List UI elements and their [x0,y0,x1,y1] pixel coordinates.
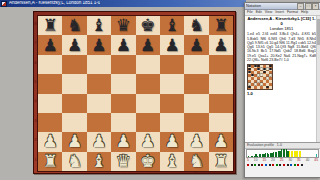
square-a7[interactable]: ♟ [38,35,62,54]
square-g4[interactable] [184,94,208,113]
black-queen: ♛ [116,17,131,34]
square-c2[interactable]: ♟ [87,132,111,151]
square-d4[interactable] [111,94,135,113]
square-g8[interactable]: ♞ [184,16,208,35]
square-e8[interactable]: ♚ [136,16,160,35]
black-pawn: ♟ [140,36,155,53]
square-e5[interactable] [136,74,160,93]
menu-item-format[interactable]: Format [287,11,298,15]
white-knight: ♞ [67,152,82,169]
legend-mark [276,164,278,166]
black-pawn: ♟ [164,36,179,53]
eval-profile-label: Evaluation profile [247,144,274,148]
white-king: ♚ [140,152,155,169]
square-h2[interactable]: ♟ [209,132,233,151]
legend-mark [283,164,285,166]
square-f2[interactable]: ♟ [160,132,184,151]
white-rook: ♜ [213,152,228,169]
eval-legend-marks [245,163,320,167]
square-b7[interactable]: ♟ [62,35,86,54]
black-knight: ♞ [189,17,204,34]
square-c7[interactable]: ♟ [87,35,111,54]
legend-mark [290,164,292,166]
menu-item-insert[interactable]: Insert [275,11,284,15]
white-pawn: ♟ [116,133,131,150]
square-h1[interactable]: ♜ [209,152,233,171]
notation-content: Anderssen,A - Kieseritzky,L [C33] 1-0 Lo… [245,16,320,142]
legend-mark [272,164,274,166]
square-c1[interactable]: ♝ [87,152,111,171]
main-titlebar[interactable]: Anderssen,A - Kieseritzky,L, London 1851… [0,0,246,7]
square-d6[interactable] [111,55,135,74]
black-pawn: ♟ [116,36,131,53]
square-f3[interactable] [160,113,184,132]
legend-mark [297,164,299,166]
square-a3[interactable] [38,113,62,132]
square-g1[interactable]: ♞ [184,152,208,171]
square-e2[interactable]: ♟ [136,132,160,151]
legend-mark [301,164,303,166]
square-b3[interactable] [62,113,86,132]
square-c3[interactable] [87,113,111,132]
legend-mark [265,164,267,166]
menu-item-edit[interactable]: Edit [256,11,262,15]
axis-tick-label: 5 [247,159,249,162]
axis-tick-label: 25 [280,159,284,162]
square-f4[interactable] [160,94,184,113]
white-pawn: ♟ [43,133,58,150]
black-pawn: ♟ [189,36,204,53]
menu-item-view[interactable]: View [265,11,273,15]
square-a6[interactable] [38,55,62,74]
square-h8[interactable]: ♜ [209,16,233,35]
square-h5[interactable] [209,74,233,93]
black-king: ♚ [140,17,155,34]
square-a4[interactable] [38,94,62,113]
axis-tick-label: 30 [288,159,292,162]
chess-board[interactable]: ♜♞♝♛♚♝♞♜♟♟♟♟♟♟♟♟♟♟♟♟♟♟♟♟♜♞♝♛♚♝♞♜ [37,15,234,172]
white-bishop: ♝ [164,152,179,169]
black-rook: ♜ [213,17,228,34]
game-site: London 1851 [247,27,316,32]
square-d8[interactable]: ♛ [111,16,135,35]
square-d2[interactable]: ♟ [111,132,135,151]
white-queen: ♛ [116,152,131,169]
white-pawn: ♟ [140,133,155,150]
legend-mark [261,164,263,166]
eval-bar [248,156,249,157]
eval-profile-chart[interactable] [246,149,319,158]
eval-bar [300,151,301,158]
square-d3[interactable] [111,113,135,132]
black-rook: ♜ [43,17,58,34]
eval-bar [316,154,317,157]
square-g3[interactable] [184,113,208,132]
black-bishop: ♝ [91,17,106,34]
square-c4[interactable] [87,94,111,113]
square-b8[interactable]: ♞ [62,16,86,35]
square-g2[interactable]: ♟ [184,132,208,151]
square-d5[interactable] [111,74,135,93]
minimize-button[interactable]: – [297,3,304,10]
square-a8[interactable]: ♜ [38,16,62,35]
axis-tick-label: 20 [271,159,275,162]
legend-mark [247,164,249,166]
white-pawn: ♟ [91,133,106,150]
square-d1[interactable]: ♛ [111,152,135,171]
legend-mark [294,164,296,166]
square-h3[interactable] [209,113,233,132]
notation-titlebar[interactable]: Notation – □ × [245,3,320,10]
black-pawn: ♟ [67,36,82,53]
square-f8[interactable]: ♝ [160,16,184,35]
square-f1[interactable]: ♝ [160,152,184,171]
square-f6[interactable] [160,55,184,74]
square-h7[interactable]: ♟ [209,35,233,54]
black-pawn: ♟ [91,36,106,53]
app-icon [1,1,7,7]
white-rook: ♜ [43,152,58,169]
square-e3[interactable] [136,113,160,132]
axis-tick-label: 35 [297,159,301,162]
square-c5[interactable] [87,74,111,93]
square-b4[interactable] [62,94,86,113]
square-h4[interactable] [209,94,233,113]
legend-mark [279,164,281,166]
chess-board-frame: 87654321 abcdefgh ♜♞♝♛♚♝♞♜♟♟♟♟♟♟♟♟♟♟♟♟♟♟… [33,11,236,174]
desktop: Anderssen,A - Kieseritzky,L, London 1851… [0,0,320,180]
square-b5[interactable] [62,74,86,93]
square-e4[interactable] [136,94,160,113]
diagram-square [269,86,272,89]
square-a5[interactable] [38,74,62,93]
axis-tick-label: 45 [314,159,318,162]
black-pawn: ♟ [213,36,228,53]
eval-profile-header: Evaluation profile 1-0 [245,142,320,149]
embedded-diagram [247,64,273,90]
window-title: Anderssen,A - Kieseritzky,L, London 1851… [9,1,100,6]
close-button[interactable]: × [312,3,319,10]
black-knight: ♞ [67,17,82,34]
white-pawn: ♟ [67,133,82,150]
notation-title: Notation [246,4,297,8]
square-g7[interactable]: ♟ [184,35,208,54]
square-e1[interactable]: ♚ [136,152,160,171]
axis-tick-label: 15 [262,159,266,162]
legend-mark [254,164,256,166]
square-b6[interactable] [62,55,86,74]
black-pawn: ♟ [43,36,58,53]
square-f5[interactable] [160,74,184,93]
legend-mark [251,164,253,166]
square-b1[interactable]: ♞ [62,152,86,171]
square-e6[interactable] [136,55,160,74]
black-bishop: ♝ [164,17,179,34]
square-a1[interactable]: ♜ [38,152,62,171]
legend-mark [258,164,260,166]
white-bishop: ♝ [91,152,106,169]
game-result: 1-0 [247,91,316,96]
square-g5[interactable] [184,74,208,93]
square-e7[interactable]: ♟ [136,35,160,54]
white-pawn: ♟ [189,133,204,150]
maximize-button[interactable]: □ [305,3,312,10]
notation-scrollbar[interactable] [316,16,320,142]
legend-mark [287,164,289,166]
axis-tick-label: 10 [254,159,258,162]
legend-mark [269,164,271,166]
square-c6[interactable] [87,55,111,74]
square-g6[interactable] [184,55,208,74]
white-pawn: ♟ [164,133,179,150]
eval-profile-result: 1-0 [277,144,282,148]
square-f7[interactable]: ♟ [160,35,184,54]
square-h6[interactable] [209,55,233,74]
square-b2[interactable]: ♟ [62,132,86,151]
square-c8[interactable]: ♝ [87,16,111,35]
move-list[interactable]: 1.e4 e5 2.f4 exf4 3.Bc4 Qh4+ 4.Kf1 b5 5.… [247,32,316,62]
square-a2[interactable]: ♟ [38,132,62,151]
white-knight: ♞ [189,152,204,169]
square-d7[interactable]: ♟ [111,35,135,54]
menu-item-help[interactable]: Help [301,11,308,15]
white-pawn: ♟ [213,133,228,150]
axis-tick-label: 40 [306,159,310,162]
notation-window: Notation – □ × FileEditViewInsertFormatH… [244,2,320,178]
menu-item-file[interactable]: File [247,11,253,15]
